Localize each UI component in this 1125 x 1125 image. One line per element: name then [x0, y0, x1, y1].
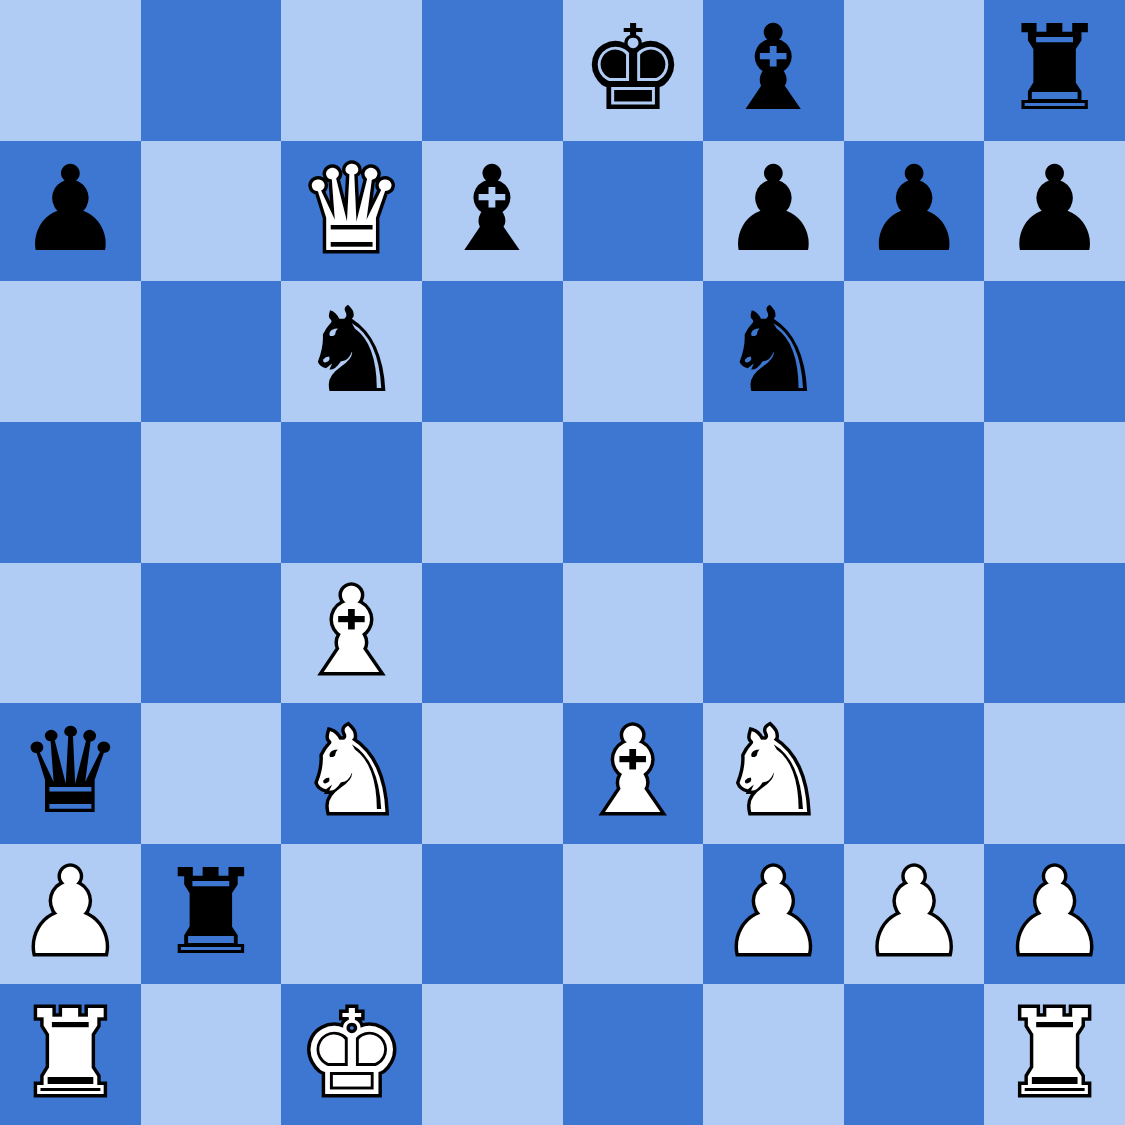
square-e1[interactable]	[563, 984, 704, 1125]
square-b2[interactable]: ♜	[141, 844, 282, 985]
square-f8[interactable]: ♝	[703, 0, 844, 141]
square-b1[interactable]	[141, 984, 282, 1125]
square-g2[interactable]: ♟	[844, 844, 985, 985]
white-knight-f3[interactable]: ♞	[721, 712, 827, 830]
square-f2[interactable]: ♟	[703, 844, 844, 985]
square-b8[interactable]	[141, 0, 282, 141]
square-d5[interactable]	[422, 422, 563, 563]
square-a7[interactable]: ♟	[0, 141, 141, 282]
square-b4[interactable]	[141, 563, 282, 704]
square-d8[interactable]	[422, 0, 563, 141]
square-g5[interactable]	[844, 422, 985, 563]
square-d3[interactable]	[422, 703, 563, 844]
square-a8[interactable]	[0, 0, 141, 141]
square-d4[interactable]	[422, 563, 563, 704]
black-pawn-a7[interactable]: ♟	[17, 150, 123, 268]
square-g4[interactable]	[844, 563, 985, 704]
black-bishop-d7[interactable]: ♝	[439, 150, 545, 268]
square-c3[interactable]: ♞	[281, 703, 422, 844]
black-pawn-g7[interactable]: ♟	[861, 150, 967, 268]
white-pawn-h2[interactable]: ♟	[1002, 853, 1108, 971]
square-f5[interactable]	[703, 422, 844, 563]
black-knight-f6[interactable]: ♞	[721, 291, 827, 409]
square-a3[interactable]: ♛	[0, 703, 141, 844]
square-h2[interactable]: ♟	[984, 844, 1125, 985]
square-f1[interactable]	[703, 984, 844, 1125]
square-f6[interactable]: ♞	[703, 281, 844, 422]
square-b3[interactable]	[141, 703, 282, 844]
square-h5[interactable]	[984, 422, 1125, 563]
black-queen-a3[interactable]: ♛	[17, 712, 123, 830]
square-g8[interactable]	[844, 0, 985, 141]
square-a1[interactable]: ♜	[0, 984, 141, 1125]
square-f3[interactable]: ♞	[703, 703, 844, 844]
square-c5[interactable]	[281, 422, 422, 563]
square-b7[interactable]	[141, 141, 282, 282]
square-g6[interactable]	[844, 281, 985, 422]
square-e6[interactable]	[563, 281, 704, 422]
square-e2[interactable]	[563, 844, 704, 985]
square-h3[interactable]	[984, 703, 1125, 844]
square-d2[interactable]	[422, 844, 563, 985]
white-pawn-a2[interactable]: ♟	[17, 853, 123, 971]
square-e4[interactable]	[563, 563, 704, 704]
square-e5[interactable]	[563, 422, 704, 563]
square-h8[interactable]: ♜	[984, 0, 1125, 141]
square-h1[interactable]: ♜	[984, 984, 1125, 1125]
square-g7[interactable]: ♟	[844, 141, 985, 282]
square-g3[interactable]	[844, 703, 985, 844]
black-bishop-f8[interactable]: ♝	[721, 9, 827, 127]
square-h6[interactable]	[984, 281, 1125, 422]
square-b6[interactable]	[141, 281, 282, 422]
square-d6[interactable]	[422, 281, 563, 422]
white-bishop-c4[interactable]: ♝	[299, 572, 405, 690]
white-king-c1[interactable]: ♚	[299, 994, 405, 1112]
square-e7[interactable]	[563, 141, 704, 282]
square-c4[interactable]: ♝	[281, 563, 422, 704]
square-f7[interactable]: ♟	[703, 141, 844, 282]
square-c8[interactable]	[281, 0, 422, 141]
white-knight-c3[interactable]: ♞	[299, 712, 405, 830]
square-c2[interactable]	[281, 844, 422, 985]
white-queen-c7[interactable]: ♛	[299, 150, 405, 268]
square-a6[interactable]	[0, 281, 141, 422]
black-rook-b2[interactable]: ♜	[158, 853, 264, 971]
chess-board: ♚♝♜♟♛♝♟♟♟♞♞♝♛♞♝♞♟♜♟♟♟♜♚♜	[0, 0, 1125, 1125]
white-pawn-f2[interactable]: ♟	[721, 853, 827, 971]
white-rook-a1[interactable]: ♜	[17, 994, 123, 1112]
square-a2[interactable]: ♟	[0, 844, 141, 985]
square-c1[interactable]: ♚	[281, 984, 422, 1125]
square-d7[interactable]: ♝	[422, 141, 563, 282]
black-king-e8[interactable]: ♚	[580, 9, 686, 127]
black-knight-c6[interactable]: ♞	[299, 291, 405, 409]
white-bishop-e3[interactable]: ♝	[580, 712, 686, 830]
square-e3[interactable]: ♝	[563, 703, 704, 844]
black-rook-h8[interactable]: ♜	[1002, 9, 1108, 127]
white-rook-h1[interactable]: ♜	[1002, 994, 1108, 1112]
square-d1[interactable]	[422, 984, 563, 1125]
square-h4[interactable]	[984, 563, 1125, 704]
black-pawn-h7[interactable]: ♟	[1002, 150, 1108, 268]
square-a5[interactable]	[0, 422, 141, 563]
square-a4[interactable]	[0, 563, 141, 704]
square-f4[interactable]	[703, 563, 844, 704]
square-c7[interactable]: ♛	[281, 141, 422, 282]
square-g1[interactable]	[844, 984, 985, 1125]
square-b5[interactable]	[141, 422, 282, 563]
square-e8[interactable]: ♚	[563, 0, 704, 141]
white-pawn-g2[interactable]: ♟	[861, 853, 967, 971]
square-h7[interactable]: ♟	[984, 141, 1125, 282]
square-c6[interactable]: ♞	[281, 281, 422, 422]
black-pawn-f7[interactable]: ♟	[721, 150, 827, 268]
